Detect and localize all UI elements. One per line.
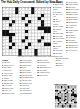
- clue-column-down-1: DOWN1 On time2 Lotion add-in3 Tiny taste…: [2, 59, 17, 108]
- clue: 58 Map detail: [37, 74, 53, 76]
- cell-number: 60: [12, 46, 13, 47]
- cell-number: 64: [3, 49, 4, 50]
- clue: 63 Droop: [56, 65, 72, 67]
- clue-column-down-2: 18 Lion's home20 Bread grain23 Warm drin…: [20, 59, 36, 108]
- cell-number: 32: [3, 24, 4, 25]
- cell-number: 19: [28, 14, 29, 15]
- cell-number: 38: [9, 30, 10, 31]
- cell-number: 10: [38, 8, 39, 9]
- crossword-grid: 1234567891011121314151617181920212223242…: [2, 7, 51, 56]
- cell-number: 48: [28, 36, 29, 37]
- cell-number: 58: [38, 43, 39, 44]
- cell-number: 30: [38, 20, 39, 21]
- clue: 25 Cuppa choice: [53, 45, 65, 49]
- cell-number: 59: [3, 46, 4, 47]
- cell-number: 26: [6, 20, 7, 21]
- page-title: The Hub Daily Crossword: Edited by Stan …: [1, 1, 59, 4]
- cell-number: 13: [48, 8, 49, 9]
- cell-number: 23: [25, 17, 26, 18]
- cell-number: 20: [32, 14, 33, 15]
- cell-number: 40: [38, 30, 39, 31]
- cell-number: 2: [6, 8, 7, 9]
- cell-number: 36: [3, 27, 4, 28]
- cell-number: 43: [44, 33, 45, 34]
- cell-number: 25: [3, 20, 4, 21]
- cell-number: 8: [28, 8, 29, 9]
- cell-number: 27: [16, 20, 17, 21]
- cell-number: 24: [41, 17, 42, 18]
- cell-number: 44: [48, 33, 49, 34]
- cell-number: 15: [19, 11, 20, 12]
- clue: 16 Oven setting: [53, 21, 65, 25]
- clue: 24 Hearing organ: [53, 40, 65, 44]
- cell-number: 9: [35, 8, 36, 9]
- clue-column-across-1: ACROSS1 Sticky stuff5 Fencing sword9 Not…: [53, 1, 65, 55]
- cell-number: 11: [41, 8, 42, 9]
- cell-number: 55: [16, 43, 17, 44]
- cell-number: 41: [41, 30, 42, 31]
- cell-number: 21: [44, 14, 45, 15]
- clue-column-down-4: 60 Building wing61 Rip62 Craze63 Droop: [56, 57, 72, 82]
- cell-number: 31: [44, 20, 45, 21]
- cell-number: 12: [44, 8, 45, 9]
- cell-number: 35: [44, 24, 45, 25]
- cell-number: 39: [28, 30, 29, 31]
- cell-number: 18: [16, 14, 17, 15]
- cell-number: 4: [12, 8, 13, 9]
- crossword-page: The Hub Daily Crossword: Edited by Stan …: [0, 0, 80, 109]
- clue: 5 Fencing sword: [53, 6, 65, 10]
- cell-number: 7: [25, 8, 26, 9]
- cell-number: 16: [35, 11, 36, 12]
- cell-number: 67: [25, 49, 26, 50]
- cell-number: 54: [3, 43, 4, 44]
- cell-number: 63: [48, 46, 49, 47]
- solution-caption: Today's Answer: [54, 83, 67, 85]
- cell-number: 66: [22, 49, 23, 50]
- cell-number: 47: [12, 36, 13, 37]
- solution-grid: EASTOPALSTRAWECHOVASETENORRETINASDOGSITA…: [55, 86, 77, 108]
- cell-number: 69: [3, 52, 4, 53]
- clue: 19 Canine cries: [53, 28, 65, 32]
- cell-number: 57: [32, 43, 33, 44]
- cell-number: 65: [9, 49, 10, 50]
- cell-number: 51: [12, 40, 13, 41]
- clue-column-across-2: 34 Floor space35 Mus. syllable36 Big par…: [66, 1, 79, 55]
- cell-number: 42: [16, 33, 17, 34]
- clue: 13 Slippery fish: [2, 92, 17, 94]
- clue: 61 Keeps hold of: [66, 49, 79, 53]
- cell-number: 68: [38, 49, 39, 50]
- cell-number: 17: [3, 14, 4, 15]
- cell-number: 37: [9, 27, 10, 28]
- cell-number: 71: [38, 52, 39, 53]
- cell-number: 52: [25, 40, 26, 41]
- clue: 44 Caustic stuff: [20, 92, 36, 94]
- cell-number: 14: [3, 11, 4, 12]
- cell-number: 62: [44, 46, 45, 47]
- solution-letter-cell: R: [75, 106, 76, 107]
- cell-number: 22: [9, 17, 10, 18]
- clue-column-down-3: 45 Be in debt46 Requirement47 Corrode52 …: [37, 59, 53, 108]
- cell-number: 33: [12, 24, 13, 25]
- cell-number: 45: [3, 36, 4, 37]
- cell-number: 53: [41, 40, 42, 41]
- cell-number: 3: [9, 8, 10, 9]
- cell-number: 6: [22, 8, 23, 9]
- cell-number: 1: [3, 8, 4, 9]
- clue: 14 Solo, for one: [53, 14, 65, 18]
- cell-number: 61: [28, 46, 29, 47]
- cell-number: 46: [6, 36, 7, 37]
- cell-number: 49: [44, 36, 45, 37]
- cell-number: 70: [22, 52, 23, 53]
- cell-number: 50: [3, 40, 4, 41]
- cell-number: 28: [22, 20, 23, 21]
- cell-number: 56: [22, 43, 23, 44]
- cell-number: 29: [32, 20, 33, 21]
- cell-number: 34: [28, 24, 29, 25]
- cell-number: 5: [19, 8, 20, 9]
